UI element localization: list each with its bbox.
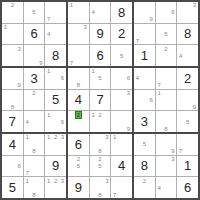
cell-r4c3[interactable]: 16 [45, 68, 66, 89]
pencil-slot-empty [134, 134, 141, 141]
big-digit: 1 [141, 49, 148, 62]
pencil-grid: 9 [134, 2, 155, 23]
pencil-slot-empty [163, 90, 170, 97]
big-digit: 8 [118, 6, 125, 19]
cell-r1c3[interactable]: 7 [45, 2, 66, 23]
pencil-slot-empty [163, 111, 170, 118]
cell-r9c3[interactable]: 123 [45, 177, 66, 198]
pencil-slot-empty [141, 82, 148, 89]
pencil-slot-empty [75, 16, 82, 23]
pencil-slot-empty [24, 103, 31, 110]
pencil-grid: 5 [111, 45, 132, 66]
pencil-grid: 5 [24, 2, 45, 23]
pencil-slot-empty [82, 52, 89, 59]
cell-r2c6[interactable]: 2 [111, 24, 132, 45]
cell-r3c5[interactable]: 6 [90, 45, 111, 66]
cell-r3c3[interactable]: 8 [45, 45, 66, 66]
pencil-slot-empty [68, 75, 75, 82]
pencil-slot-empty [97, 68, 104, 75]
pencil-grid: 16 [45, 111, 66, 132]
pencil-slot-empty [156, 169, 163, 176]
pencil-grid: 9 [2, 68, 23, 89]
cell-r2c9[interactable]: 8 [177, 24, 198, 45]
pencil-slot-empty [9, 24, 16, 31]
sudoku-box-2-3: 472619385 [134, 68, 198, 132]
cell-r9c4[interactable]: 9 [68, 177, 89, 198]
pencil-slot-empty [68, 163, 75, 170]
pencil-slot-empty [97, 125, 104, 132]
cell-r3c4[interactable]: 7 [68, 45, 89, 66]
pencil-slot-empty [52, 75, 59, 82]
cell-r7c6[interactable]: 1 [111, 134, 132, 155]
pencil-slot-empty [31, 169, 38, 176]
cell-r1c5[interactable]: 4 [90, 2, 111, 23]
pencil-slot-empty [156, 156, 163, 163]
pencil-grid: 3 [2, 45, 23, 66]
cell-r8c5[interactable]: 25 [90, 156, 111, 177]
pencil-slot-empty [52, 125, 59, 132]
pencil-slot-empty [59, 141, 66, 148]
pencil-mark-9: 9 [191, 103, 198, 110]
pencil-slot-empty [103, 191, 110, 198]
pencil-slot-empty [177, 59, 184, 66]
pencil-slot-empty [141, 68, 148, 75]
pencil-slot-empty [134, 90, 141, 97]
pencil-grid: 2 [156, 45, 177, 66]
pencil-slot-empty [163, 2, 170, 9]
pencil-slot-empty [16, 16, 23, 23]
cell-r8c1[interactable]: 6 [2, 156, 23, 177]
pencil-slot-empty [24, 2, 31, 9]
pencil-slot-empty [68, 169, 75, 176]
pencil-slot-empty [31, 125, 38, 132]
cell-r1c2[interactable]: 5 [24, 2, 45, 23]
cell-r4c7[interactable]: 4 [134, 68, 155, 89]
pencil-slot-empty [111, 90, 118, 97]
cell-r6c8[interactable]: 8 [156, 111, 177, 132]
cell-r5c5[interactable]: 7 [90, 90, 111, 111]
pencil-slot-empty [75, 59, 82, 66]
pencil-grid: 123 [45, 177, 66, 198]
cell-r7c5[interactable]: 38 [90, 134, 111, 155]
pencil-grid: 7 [68, 45, 89, 66]
pencil-slot-empty [169, 191, 176, 198]
pencil-mark-6: 6 [59, 75, 66, 82]
pencil-slot-empty [68, 37, 75, 44]
pencil-mark-9: 9 [37, 59, 44, 66]
pencil-slot-empty [148, 191, 155, 198]
pencil-slot-empty [59, 148, 66, 155]
cell-r4c5[interactable]: 15 [90, 68, 111, 89]
cell-r1c6[interactable]: 8 [111, 2, 132, 23]
pencil-slot-empty [118, 59, 125, 66]
pencil-mark-5: 5 [75, 163, 82, 170]
pencil-slot-empty [184, 141, 191, 148]
cell-r7c9[interactable]: 7 [177, 134, 198, 155]
cell-r1c1[interactable]: 2 [2, 2, 23, 23]
pencil-mark-6: 6 [169, 9, 176, 16]
pencil-slot-empty [97, 169, 104, 176]
pencil-slot-empty [118, 184, 125, 191]
cell-r8c4[interactable]: 25 [68, 156, 89, 177]
pencil-slot-empty [134, 148, 141, 155]
pencil-slot-empty [148, 68, 155, 75]
cell-r8c7[interactable]: 8 [134, 156, 155, 177]
cell-r6c5[interactable]: 12 [90, 111, 111, 132]
pencil-slot-empty [111, 148, 118, 155]
cell-r2c8[interactable]: 5 [156, 24, 177, 45]
pencil-slot-empty [16, 9, 23, 16]
pencil-slot-empty [125, 118, 132, 125]
pencil-slot-empty [37, 45, 44, 52]
cell-r1c9[interactable]: 3 [177, 2, 198, 23]
cell-r5c8[interactable]: 1 [156, 90, 177, 111]
pencil-slot-empty [111, 141, 118, 148]
cell-r7c8[interactable]: 9 [156, 134, 177, 155]
pencil-grid: 38 [90, 134, 111, 155]
cell-r9c5[interactable]: 38 [90, 177, 111, 198]
pencil-slot-empty [45, 2, 52, 9]
cell-r2c3[interactable]: 4 [45, 24, 66, 45]
cell-r9c6[interactable]: 7 [111, 177, 132, 198]
pencil-slot-empty [156, 163, 163, 170]
cell-r6c9[interactable]: 5 [177, 111, 198, 132]
cell-r6c3[interactable]: 16 [45, 111, 66, 132]
pencil-slot-empty [59, 184, 66, 191]
pencil-slot-empty [191, 118, 198, 125]
cell-r3c7[interactable]: 1 [134, 45, 155, 66]
pencil-slot-empty [111, 82, 118, 89]
cell-r2c2[interactable]: 6 [24, 24, 45, 45]
pencil-grid: 7 [177, 134, 198, 155]
pencil-mark-9: 9 [16, 82, 23, 89]
cell-r7c1[interactable]: 4 [2, 134, 23, 155]
pencil-slot-empty [24, 59, 31, 66]
pencil-slot-empty [169, 37, 176, 44]
cell-r6c1[interactable]: 7 [2, 111, 23, 132]
pencil-slot-empty [184, 134, 191, 141]
pencil-slot-empty [24, 125, 31, 132]
pencil-slot-empty [97, 184, 104, 191]
cell-r7c2[interactable]: 18 [24, 134, 45, 155]
pencil-mark-8: 8 [31, 148, 38, 155]
cell-r1c4[interactable]: 1 [68, 2, 89, 23]
pencil-slot-empty [90, 184, 97, 191]
cell-r7c7[interactable]: 5 [134, 134, 155, 155]
pencil-slot-empty [90, 2, 97, 9]
pencil-slot-empty [2, 103, 9, 110]
pencil-mark-2: 2 [52, 134, 59, 141]
pencil-slot-empty [125, 134, 132, 141]
cell-r5c1[interactable]: 8 [2, 90, 23, 111]
pencil-slot-empty [24, 111, 31, 118]
pencil-slot-empty [45, 82, 52, 89]
pencil-mark-4: 4 [134, 75, 141, 82]
cell-r3c9[interactable]: 4 [177, 45, 198, 66]
pencil-slot-empty [163, 184, 170, 191]
pencil-slot-empty [163, 134, 170, 141]
pencil-mark-6: 6 [59, 118, 66, 125]
cell-r9c7[interactable]: 2 [134, 177, 155, 198]
pencil-slot-empty [125, 68, 132, 75]
cell-r1c7[interactable]: 9 [134, 2, 155, 23]
pencil-slot-empty [90, 191, 97, 198]
pencil-slot-empty [141, 184, 148, 191]
pencil-slot-empty [16, 90, 23, 97]
cell-r7c3[interactable]: 123 [45, 134, 66, 155]
pencil-mark-1: 1 [45, 177, 52, 184]
pencil-mark-6: 6 [16, 163, 23, 170]
cell-r8c8[interactable]: 3 [156, 156, 177, 177]
big-digit: 4 [9, 138, 16, 151]
cell-r8c2[interactable]: 7 [24, 156, 45, 177]
pencil-slot-empty [90, 156, 97, 163]
pencil-slot-empty [82, 156, 89, 163]
pencil-slot-empty [37, 156, 44, 163]
pencil-slot-empty [125, 177, 132, 184]
pencil-grid: 7 [24, 156, 45, 177]
pencil-mark-6: 6 [125, 75, 132, 82]
cell-r4c8[interactable]: 7 [156, 68, 177, 89]
pencil-slot-empty [31, 52, 38, 59]
pencil-slot-empty [16, 31, 23, 38]
cell-r8c3[interactable]: 9 [45, 156, 66, 177]
pencil-slot-empty [184, 2, 191, 9]
pencil-slot-empty [111, 111, 118, 118]
pencil-slot-empty [169, 184, 176, 191]
pencil-slot-empty [177, 141, 184, 148]
pencil-slot-empty [163, 37, 170, 44]
pencil-mark-5: 5 [31, 9, 38, 16]
pencil-grid: 12 [90, 111, 111, 132]
cell-r4c6[interactable]: 6 [111, 68, 132, 89]
pencil-slot-empty [2, 75, 9, 82]
pencil-mark-5: 5 [163, 31, 170, 38]
cell-r8c9[interactable]: 1 [177, 156, 198, 177]
pencil-slot-empty [24, 9, 31, 16]
pencil-slot-empty [2, 2, 9, 9]
cell-r7c4[interactable]: 6 [68, 134, 89, 155]
pencil-slot-empty [148, 2, 155, 9]
pencil-slot-empty [156, 177, 163, 184]
big-digit: 8 [141, 159, 148, 172]
pencil-slot-empty [163, 16, 170, 23]
pencil-grid: 3 [156, 156, 177, 177]
pencil-slot-empty [45, 125, 52, 132]
pencil-grid: 2 [2, 2, 23, 23]
pencil-slot-empty [111, 177, 118, 184]
pencil-mark-7: 7 [111, 191, 118, 198]
cell-r2c5[interactable]: 9 [90, 24, 111, 45]
cell-r4c2[interactable]: 3 [24, 68, 45, 89]
pencil-slot-empty [169, 141, 176, 148]
pencil-slot-empty [31, 163, 38, 170]
cell-r6c7[interactable]: 3 [134, 111, 155, 132]
cell-r4c9[interactable]: 2 [177, 68, 198, 89]
cell-r3c2[interactable]: 9 [24, 45, 45, 66]
cell-r3c8[interactable]: 2 [156, 45, 177, 66]
pencil-slot-empty [163, 97, 170, 104]
sudoku-box-1-1: 257164398 [2, 2, 66, 66]
pencil-mark-9: 9 [169, 148, 176, 155]
pencil-mark-1: 1 [2, 24, 9, 31]
pencil-slot-empty [169, 82, 176, 89]
pencil-slot-empty [134, 191, 141, 198]
pencil-slot-empty [156, 68, 163, 75]
cell-r9c2[interactable]: 18 [24, 177, 45, 198]
pencil-mark-1: 1 [111, 134, 118, 141]
pencil-slot-empty [75, 75, 82, 82]
pencil-mark-8: 8 [9, 103, 16, 110]
pencil-slot-empty [9, 31, 16, 38]
pencil-slot-empty [9, 59, 16, 66]
pencil-slot-empty [2, 68, 9, 75]
pencil-grid: 5 [177, 111, 198, 132]
pencil-mark-5: 5 [118, 52, 125, 59]
pencil-grid: 9 [177, 90, 198, 111]
pencil-slot-empty [90, 134, 97, 141]
big-digit: 3 [30, 72, 37, 85]
cell-r5c7[interactable]: 6 [134, 90, 155, 111]
pencil-slot-empty [103, 184, 110, 191]
big-digit: 8 [184, 27, 191, 40]
cell-r6c6[interactable]: 9 [111, 111, 132, 132]
pencil-slot-empty [59, 125, 66, 132]
pencil-slot-empty [59, 9, 66, 16]
pencil-mark-3: 3 [125, 90, 132, 97]
pencil-slot-empty [37, 52, 44, 59]
pencil-slot-empty [134, 177, 141, 184]
pencil-grid: 123 [45, 134, 66, 155]
cell-r8c6[interactable]: 4 [111, 156, 132, 177]
pencil-slot-empty [125, 82, 132, 89]
pencil-slot-empty [156, 24, 163, 31]
pencil-slot-empty [2, 163, 9, 170]
pencil-slot-empty [103, 82, 110, 89]
pencil-mark-1: 1 [156, 90, 163, 97]
pencil-slot-empty [82, 111, 89, 119]
pencil-slot-empty [82, 82, 89, 89]
big-digit: 4 [118, 159, 125, 172]
pencil-slot-empty [118, 125, 125, 132]
cell-r6c2[interactable]: 4 [24, 111, 45, 132]
cell-r5c2[interactable]: 2 [24, 90, 45, 111]
pencil-slot-empty [125, 111, 132, 118]
pencil-mark-1: 1 [24, 177, 31, 184]
cell-r2c4[interactable]: 3 [68, 24, 89, 45]
cell-r5c4[interactable]: 4 [68, 90, 89, 111]
pencil-mark-1: 1 [45, 134, 52, 141]
pencil-slot-empty [75, 24, 82, 31]
pencil-slot-empty [148, 9, 155, 16]
sudoku-box-1-2: 148392765 [68, 2, 132, 66]
cell-r2c1[interactable]: 1 [2, 24, 23, 45]
cell-r5c9[interactable]: 9 [177, 90, 198, 111]
cell-r4c4[interactable]: 8 [68, 68, 89, 89]
pencil-slot-empty [191, 90, 198, 97]
pencil-grid: 4 [24, 111, 45, 132]
pencil-slot-empty [24, 156, 31, 163]
cell-r3c6[interactable]: 5 [111, 45, 132, 66]
pencil-slot-empty [191, 97, 198, 104]
pencil-slot-empty [184, 45, 191, 52]
pencil-slot-empty [163, 148, 170, 155]
pencil-slot-empty [9, 156, 16, 163]
pencil-slot-empty [163, 59, 170, 66]
cell-r9c8[interactable]: 4 [156, 177, 177, 198]
pencil-slot-empty [156, 148, 163, 155]
pencil-slot-empty [90, 141, 97, 148]
big-digit: 3 [141, 115, 148, 128]
cell-r9c9[interactable]: 6 [177, 177, 198, 198]
pencil-slot-empty [163, 191, 170, 198]
pencil-slot-empty [111, 68, 118, 75]
pencil-mark-2: 2 [75, 156, 82, 163]
pencil-slot-empty [163, 52, 170, 59]
pencil-slot-empty [52, 9, 59, 16]
pencil-slot-empty [2, 9, 9, 16]
pencil-slot-empty [169, 68, 176, 75]
pencil-slot-empty [24, 184, 31, 191]
cell-r3c1[interactable]: 3 [2, 45, 23, 66]
big-digit: 6 [30, 27, 37, 40]
pencil-slot-empty [156, 125, 163, 132]
cell-r6c4[interactable]: 2 [68, 111, 89, 132]
pencil-slot-empty [169, 45, 176, 52]
pencil-slot-empty [191, 9, 198, 16]
pencil-slot-empty [163, 82, 170, 89]
cell-r1c8[interactable]: 6 [156, 2, 177, 23]
cell-r5c6[interactable]: 3 [111, 90, 132, 111]
pencil-slot-empty [52, 37, 59, 44]
pencil-mark-7: 7 [45, 16, 52, 23]
pencil-slot-empty [31, 184, 38, 191]
pencil-slot-empty [134, 31, 141, 38]
pencil-slot-empty [134, 97, 141, 104]
pencil-slot-empty [148, 37, 155, 44]
pencil-slot-empty [118, 82, 125, 89]
pencil-mark-5: 5 [97, 163, 104, 170]
pencil-slot-empty [125, 103, 132, 110]
pencil-slot-empty [97, 118, 104, 125]
cell-r2c7[interactable]: 7 [134, 24, 155, 45]
pencil-slot-empty [75, 9, 82, 16]
pencil-mark-3: 3 [82, 24, 89, 31]
pencil-mark-8: 8 [31, 191, 38, 198]
pencil-slot-empty [163, 24, 170, 31]
pencil-slot-empty [24, 148, 31, 155]
pencil-slot-empty [2, 37, 9, 44]
pencil-slot-empty [82, 2, 89, 9]
pencil-slot-empty [82, 31, 89, 38]
pencil-mark-4: 4 [156, 184, 163, 191]
pencil-slot-empty [118, 191, 125, 198]
pencil-grid: 3 [68, 24, 89, 45]
pencil-slot-empty [37, 111, 44, 118]
pencil-grid: 4 [156, 177, 177, 198]
pencil-slot-empty [37, 177, 44, 184]
pencil-slot-empty [177, 45, 184, 52]
pencil-slot-empty [37, 148, 44, 155]
pencil-slot-empty [141, 191, 148, 198]
pencil-slot-empty [111, 75, 118, 82]
cell-r4c1[interactable]: 9 [2, 68, 23, 89]
pencil-slot-empty [191, 59, 198, 66]
cell-r9c1[interactable]: 5 [2, 177, 23, 198]
cell-r5c3[interactable]: 5 [45, 90, 66, 111]
big-digit: 4 [75, 93, 82, 106]
pencil-slot-empty [16, 68, 23, 75]
